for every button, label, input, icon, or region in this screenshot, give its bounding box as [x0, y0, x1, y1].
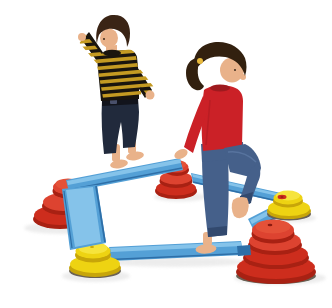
boy-hand-right [146, 91, 155, 100]
boy-collar [103, 50, 121, 56]
boy-face [100, 29, 118, 48]
girl-foot-front [232, 197, 249, 218]
girl-leg-back [202, 154, 229, 237]
girl-hair-tie [197, 58, 203, 64]
plank-left-to-frontleft [62, 185, 106, 250]
boy-hand-left [78, 33, 86, 41]
dome-top-hole [280, 196, 283, 198]
plank-end-clip [237, 245, 251, 256]
plank-frontleft-to-frontright [109, 241, 243, 261]
photo-canvas [0, 0, 332, 308]
boy-pants [102, 98, 139, 154]
girl-collar [210, 85, 230, 92]
boy-eye [103, 38, 105, 40]
girl-eye [234, 69, 236, 71]
dome-top-hole [90, 246, 94, 248]
dome-top-hole [268, 224, 273, 226]
boy-figure [65, 15, 165, 170]
girl-figure [173, 42, 261, 254]
balance-course-scene [0, 0, 332, 308]
